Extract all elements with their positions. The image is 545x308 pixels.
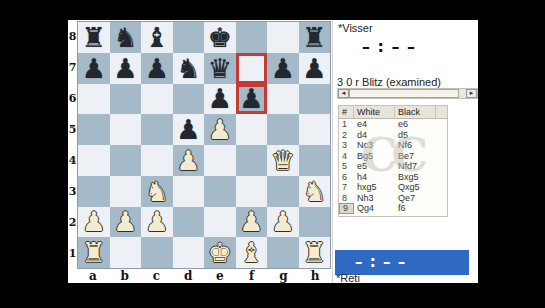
move-row-7: 7hxg5Qxg5 [339,182,447,193]
row-spacer-7 [436,182,447,193]
square-c6[interactable] [141,84,173,115]
square-h8[interactable]: ♜ [299,22,331,53]
rank-label-6: 6 [68,83,77,114]
white-move-6[interactable]: h4 [354,172,395,183]
square-h4[interactable] [299,145,331,176]
square-b8[interactable]: ♞ [110,22,142,53]
piece-white-king-e1[interactable]: ♚ [208,239,232,266]
square-e7[interactable]: ♛ [204,53,236,84]
move-row-3: 3Nc3Nf6 [339,140,447,151]
piece-white-queen-g4[interactable]: ♛ [271,147,295,174]
square-e6[interactable]: ♟ [204,84,236,115]
piece-white-knight-c3[interactable]: ♞ [145,178,169,205]
file-label-a: a [77,269,109,283]
rank-label-1: 1 [68,238,77,269]
piece-black-pawn-h7[interactable]: ♟ [302,55,326,82]
square-f2[interactable]: ♟ [236,207,268,238]
square-f1[interactable]: ♝ [236,237,268,268]
game-type-label: 3 0 r Blitz (examined) [337,76,441,88]
square-e5[interactable]: ♟ [204,114,236,145]
square-c4[interactable] [141,145,173,176]
square-a1[interactable]: ♜ [78,237,110,268]
square-g7[interactable]: ♟ [267,53,299,84]
square-a5[interactable] [78,114,110,145]
piece-white-pawn-f2[interactable]: ♟ [239,208,263,235]
square-h5[interactable] [299,114,331,145]
piece-white-pawn-g2[interactable]: ♟ [271,208,295,235]
move-row-6: 6h4Bxg5 [339,172,447,183]
move-row-5: 5e5Nfd7 [339,161,447,172]
move-number-4[interactable]: 4 [339,151,354,162]
piece-black-pawn-f6[interactable]: ♟ [239,85,263,112]
square-c2[interactable]: ♟ [141,207,173,238]
row-spacer-2 [436,130,447,141]
scroll-right-arrow-icon[interactable]: ► [466,89,477,98]
white-move-5[interactable]: e5 [354,161,395,172]
square-c7[interactable]: ♟ [141,53,173,84]
col-header-white: White [354,106,395,118]
square-f3[interactable] [236,176,268,207]
piece-black-pawn-g7[interactable]: ♟ [271,55,295,82]
square-e2[interactable] [204,207,236,238]
row-spacer-1 [436,119,447,130]
file-label-e: e [204,269,236,283]
file-label-g: g [268,269,300,283]
horizontal-scrollbar[interactable]: ◄ ► [337,88,478,99]
chess-app-window: 87654321 ♜♞♝♚♜♟♟♟♞♛♟♟♟♟♟♟♟♛♞♞♟♟♟♟♟♜♚♝♜ a… [68,20,478,283]
move-rows: 1e4e62d4d53Nc3Nf64Bg5Be75e5Nfd76h4Bxg57h… [339,119,447,214]
square-d7[interactable]: ♞ [173,53,205,84]
white-move-7[interactable]: hxg5 [354,182,395,193]
piece-black-pawn-d5[interactable]: ♟ [176,116,200,143]
square-e1[interactable]: ♚ [204,237,236,268]
square-b3[interactable] [110,176,142,207]
move-list-header: # White Black [339,106,447,119]
square-a4[interactable] [78,145,110,176]
square-d5[interactable]: ♟ [173,114,205,145]
scroll-left-arrow-icon[interactable]: ◄ [338,89,349,98]
move-row-2: 2d4d5 [339,130,447,141]
player-name-top: *Visser [338,22,373,34]
piece-black-rook-a8[interactable]: ♜ [82,24,106,51]
rank-label-4: 4 [68,145,77,176]
col-header-move-number: # [339,106,354,118]
square-b1[interactable] [110,237,142,268]
black-move-8[interactable]: Qe7 [395,193,436,204]
row-spacer-8 [436,193,447,204]
square-d6[interactable] [173,84,205,115]
player-name-bottom: *Reti [336,272,360,284]
piece-black-bishop-c8[interactable]: ♝ [145,24,169,51]
square-h7[interactable]: ♟ [299,53,331,84]
square-e4[interactable] [204,145,236,176]
square-c8[interactable]: ♝ [141,22,173,53]
square-h2[interactable] [299,207,331,238]
square-a8[interactable]: ♜ [78,22,110,53]
move-list-table[interactable]: # White Black 1e4e62d4d53Nc3Nf64Bg5Be75e… [338,105,448,217]
square-a7[interactable]: ♟ [78,53,110,84]
move-number-6[interactable]: 6 [339,172,354,183]
black-move-1[interactable]: e6 [395,119,436,130]
file-label-d: d [172,269,204,283]
square-c1[interactable] [141,237,173,268]
rank-label-7: 7 [68,52,77,83]
square-e8[interactable]: ♚ [204,22,236,53]
black-move-7[interactable]: Qxg5 [395,182,436,193]
move-row-4: 4Bg5Be7 [339,151,447,162]
square-f8[interactable] [236,22,268,53]
square-h3[interactable]: ♞ [299,176,331,207]
square-b6[interactable] [110,84,142,115]
black-move-3[interactable]: Nf6 [395,140,436,151]
square-g2[interactable]: ♟ [267,207,299,238]
game-panel: *Visser – : – – 3 0 r Blitz (examined) ◄… [332,20,478,283]
white-move-8[interactable]: Nh3 [354,193,395,204]
piece-white-rook-h1[interactable]: ♜ [302,239,326,266]
move-row-9: 9Qg4f6 [339,203,447,214]
square-h6[interactable] [299,84,331,115]
square-h1[interactable]: ♜ [299,237,331,268]
rank-labels: 87654321 [68,21,77,269]
piece-black-rook-h8[interactable]: ♜ [302,24,326,51]
square-b2[interactable]: ♟ [110,207,142,238]
rank-label-5: 5 [68,114,77,145]
move-row-1: 1e4e6 [339,119,447,130]
black-move-6[interactable]: Bxg5 [395,172,436,183]
white-move-4[interactable]: Bg5 [354,151,395,162]
black-move-2[interactable]: d5 [395,130,436,141]
top-player-clock: – : – – [341,37,437,56]
move-number-2[interactable]: 2 [339,130,354,141]
piece-black-knight-d7[interactable]: ♞ [176,55,200,82]
file-label-h: h [299,269,331,283]
square-f4[interactable] [236,145,268,176]
white-move-3[interactable]: Nc3 [354,140,395,151]
move-number-3[interactable]: 3 [339,140,354,151]
piece-black-pawn-e6[interactable]: ♟ [208,85,232,112]
row-spacer-3 [436,140,447,151]
square-b4[interactable] [110,145,142,176]
white-move-1[interactable]: e4 [354,119,395,130]
square-f7[interactable] [236,53,268,84]
square-g8[interactable] [267,22,299,53]
black-move-4[interactable]: Be7 [395,151,436,162]
move-number-5[interactable]: 5 [339,161,354,172]
piece-white-pawn-e5[interactable]: ♟ [208,116,232,143]
square-d3[interactable] [173,176,205,207]
piece-white-pawn-d4[interactable]: ♟ [176,147,200,174]
square-g4[interactable]: ♛ [267,145,299,176]
file-label-f: f [236,269,268,283]
move-number-7[interactable]: 7 [339,182,354,193]
move-number-9[interactable]: 9 [339,203,354,214]
square-d4[interactable]: ♟ [173,145,205,176]
video-frame: 87654321 ♜♞♝♚♜♟♟♟♞♛♟♟♟♟♟♟♟♛♞♞♟♟♟♟♟♜♚♝♜ a… [0,0,545,308]
square-g3[interactable] [267,176,299,207]
square-a2[interactable]: ♟ [78,207,110,238]
chess-board[interactable]: ♜♞♝♚♜♟♟♟♞♛♟♟♟♟♟♟♟♛♞♞♟♟♟♟♟♜♚♝♜ [77,21,331,269]
piece-black-pawn-b7[interactable]: ♟ [113,55,137,82]
square-b7[interactable]: ♟ [110,53,142,84]
move-row-8: 8Nh3Qe7 [339,193,447,204]
square-g6[interactable] [267,84,299,115]
white-move-9[interactable]: Qg4 [354,203,395,214]
black-move-9[interactable]: f6 [395,203,436,214]
square-d1[interactable] [173,237,205,268]
square-c3[interactable]: ♞ [141,176,173,207]
row-spacer-6 [436,172,447,183]
file-label-b: b [109,269,141,283]
square-c5[interactable] [141,114,173,145]
scrollbar-thumb[interactable] [349,89,459,98]
move-number-8[interactable]: 8 [339,193,354,204]
piece-black-pawn-c7[interactable]: ♟ [145,55,169,82]
square-f5[interactable] [236,114,268,145]
square-d2[interactable] [173,207,205,238]
move-number-1[interactable]: 1 [339,119,354,130]
row-spacer-9 [436,203,447,214]
piece-white-knight-h3[interactable]: ♞ [302,178,326,205]
square-d8[interactable] [173,22,205,53]
row-spacer-4 [436,151,447,162]
rank-label-3: 3 [68,176,77,207]
file-label-c: c [141,269,173,283]
square-e3[interactable] [204,176,236,207]
white-move-2[interactable]: d4 [354,130,395,141]
piece-white-pawn-c2[interactable]: ♟ [145,208,169,235]
rank-label-2: 2 [68,207,77,238]
square-g1[interactable] [267,237,299,268]
piece-black-pawn-a7[interactable]: ♟ [82,55,106,82]
square-a3[interactable] [78,176,110,207]
piece-white-bishop-f1[interactable]: ♝ [239,239,263,266]
piece-white-pawn-a2[interactable]: ♟ [82,208,106,235]
piece-black-queen-e7[interactable]: ♛ [208,55,232,82]
piece-black-knight-b8[interactable]: ♞ [113,24,137,51]
rank-label-8: 8 [68,21,77,52]
col-header-spacer [436,106,447,118]
square-g5[interactable] [267,114,299,145]
black-move-5[interactable]: Nfd7 [395,161,436,172]
piece-black-king-e8[interactable]: ♚ [208,24,232,51]
square-b5[interactable] [110,114,142,145]
square-f6[interactable]: ♟ [236,84,268,115]
square-a6[interactable] [78,84,110,115]
col-header-black: Black [395,106,436,118]
board-area: 87654321 ♜♞♝♚♜♟♟♟♞♛♟♟♟♟♟♟♟♛♞♞♟♟♟♟♟♜♚♝♜ a… [68,20,332,283]
piece-white-rook-a1[interactable]: ♜ [82,239,106,266]
piece-white-pawn-b2[interactable]: ♟ [113,208,137,235]
row-spacer-5 [436,161,447,172]
file-labels: abcdefgh [77,269,331,283]
